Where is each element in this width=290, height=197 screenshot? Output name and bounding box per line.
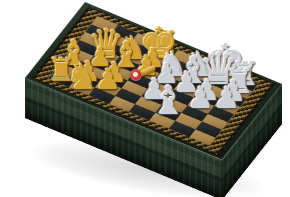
chess-set-photo: ♜♞♟♟♝♟♟♛♝♟♞♟♚♜♟♝♟♞♟♝♞♟♟♛♚♟♟♜♜ <box>0 0 290 197</box>
piece-gold-knight-b1[interactable]: ♞ <box>66 59 98 94</box>
piece-silver-pawn-h5[interactable]: ♟ <box>213 83 240 113</box>
piece-gold-pawn-c2[interactable]: ♟ <box>95 66 121 95</box>
pieces-layer: ♜♞♟♟♝♟♟♛♝♟♞♟♚♜♟♝♟♞♟♝♞♟♟♛♚♟♟♜♜ <box>0 0 290 197</box>
piece-silver-bishop-f2[interactable]: ♝ <box>150 81 186 121</box>
piece-silver-pawn-g4[interactable]: ♟ <box>187 83 214 113</box>
